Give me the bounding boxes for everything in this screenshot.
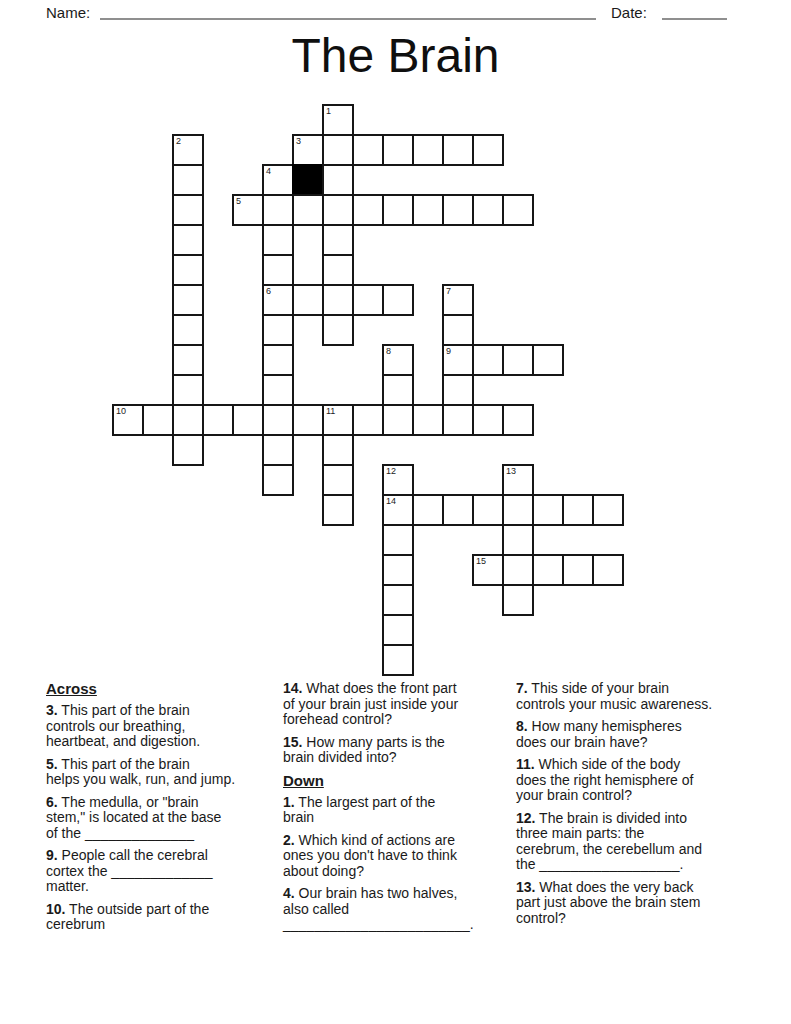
grid-cell[interactable] (442, 374, 474, 406)
cell-number: 3 (296, 136, 301, 147)
grid-cell-9[interactable]: 9 (442, 344, 474, 376)
cell-number: 6 (266, 286, 271, 297)
grid-cell[interactable] (292, 284, 324, 316)
cell-number: 10 (116, 406, 126, 417)
grid-cell[interactable] (472, 494, 504, 526)
grid-cell[interactable] (142, 404, 174, 436)
clue-number: 5. (46, 756, 58, 772)
clue-number: 12. (516, 810, 535, 826)
date-input-line[interactable] (662, 1, 727, 20)
clue-number: 15. (283, 734, 302, 750)
grid-cell[interactable] (532, 344, 564, 376)
clue-number: 4. (283, 885, 295, 901)
grid-cell[interactable] (232, 404, 264, 436)
page-title: The Brain (0, 28, 791, 83)
grid-cell[interactable] (262, 344, 294, 376)
grid-cell[interactable] (262, 374, 294, 406)
grid-cell[interactable] (382, 614, 414, 646)
grid-cell[interactable] (382, 134, 414, 166)
grid-cell-15[interactable]: 15 (472, 554, 504, 586)
grid-cell[interactable] (352, 134, 384, 166)
grid-cell[interactable] (532, 554, 564, 586)
grid-cell-14[interactable]: 14 (382, 494, 414, 526)
clue-across-3: 3. This part of the brain controls our b… (46, 703, 276, 750)
grid-cell[interactable] (442, 194, 474, 226)
grid-cell[interactable] (322, 464, 354, 496)
grid-cell[interactable] (412, 134, 444, 166)
clue-number: 6. (46, 794, 58, 810)
grid-cell[interactable] (502, 404, 534, 436)
clue-column-middle: 14. What does the front part of your bra… (283, 681, 513, 940)
grid-cell[interactable] (322, 224, 354, 256)
grid-cell-13[interactable]: 13 (502, 464, 534, 496)
grid-cell[interactable] (532, 494, 564, 526)
grid-cell[interactable] (322, 494, 354, 526)
grid-cell[interactable] (322, 164, 354, 196)
name-input-line[interactable] (100, 1, 596, 20)
grid-cell[interactable] (502, 344, 534, 376)
grid-cell[interactable] (172, 284, 204, 316)
grid-cell[interactable] (472, 344, 504, 376)
grid-cell[interactable] (292, 194, 324, 226)
grid-cell-5[interactable]: 5 (232, 194, 264, 226)
grid-cell[interactable] (562, 494, 594, 526)
clue-across-5: 5. This part of the brain helps you walk… (46, 757, 276, 788)
grid-cell[interactable] (382, 404, 414, 436)
grid-cell[interactable] (262, 404, 294, 436)
clue-across-14: 14. What does the front part of your bra… (283, 681, 513, 728)
grid-cell[interactable] (172, 374, 204, 406)
clue-number: 3. (46, 702, 58, 718)
black-cell (292, 164, 324, 196)
date-label: Date: (611, 4, 647, 21)
grid-cell[interactable] (472, 194, 504, 226)
grid-cell[interactable] (262, 434, 294, 466)
grid-cell[interactable] (442, 314, 474, 346)
grid-cell[interactable] (172, 434, 204, 466)
grid-cell-10[interactable]: 10 (112, 404, 144, 436)
cell-number: 8 (386, 346, 391, 357)
grid-cell[interactable] (172, 254, 204, 286)
grid-cell-12[interactable]: 12 (382, 464, 414, 496)
clue-down-11: 11. Which side of the body does the righ… (516, 757, 754, 804)
grid-cell[interactable] (562, 554, 594, 586)
grid-cell[interactable] (322, 314, 354, 346)
grid-cell[interactable] (502, 524, 534, 556)
down-header: Down (283, 773, 513, 789)
clue-number: 7. (516, 680, 528, 696)
grid-cell[interactable] (442, 404, 474, 436)
crossword-grid: 123456789101112131415 (113, 105, 625, 677)
grid-cell[interactable] (472, 404, 504, 436)
grid-cell[interactable] (592, 494, 624, 526)
clue-down-8: 8. How many hemispheres does our brain h… (516, 719, 754, 750)
grid-cell[interactable] (262, 314, 294, 346)
clue-down-2: 2. Which kind of actions are ones you do… (283, 833, 513, 880)
grid-cell[interactable] (382, 194, 414, 226)
clue-down-12: 12. The brain is divided into three main… (516, 811, 754, 873)
cell-number: 14 (386, 496, 396, 507)
cell-number: 4 (266, 166, 271, 177)
grid-cell-6[interactable]: 6 (262, 284, 294, 316)
grid-cell[interactable] (172, 224, 204, 256)
clue-column-across: Across3. This part of the brain controls… (46, 681, 276, 940)
clue-number: 14. (283, 680, 302, 696)
grid-cell[interactable] (322, 194, 354, 226)
grid-cell[interactable] (172, 344, 204, 376)
grid-cell-4[interactable]: 4 (262, 164, 294, 196)
grid-cell[interactable] (292, 404, 324, 436)
grid-cell[interactable] (172, 314, 204, 346)
clue-down-13: 13. What does the very back part just ab… (516, 880, 754, 927)
grid-cell[interactable] (262, 464, 294, 496)
grid-cell[interactable] (502, 554, 534, 586)
name-label: Name: (46, 4, 90, 21)
clue-number: 9. (46, 847, 58, 863)
cell-number: 13 (506, 466, 516, 477)
grid-cell[interactable] (412, 494, 444, 526)
clue-down-4: 4. Our brain has two halves, also called… (283, 886, 513, 933)
grid-cell[interactable] (322, 434, 354, 466)
clue-across-9: 9. People call the cerebral cortex the _… (46, 848, 276, 895)
across-header: Across (46, 681, 276, 697)
clue-number: 2. (283, 832, 295, 848)
grid-cell[interactable] (322, 284, 354, 316)
grid-cell[interactable] (472, 134, 504, 166)
grid-cell[interactable] (382, 584, 414, 616)
grid-cell-8[interactable]: 8 (382, 344, 414, 376)
grid-cell[interactable] (382, 524, 414, 556)
grid-cell[interactable] (262, 224, 294, 256)
grid-cell-7[interactable]: 7 (442, 284, 474, 316)
grid-cell[interactable] (172, 404, 204, 436)
cell-number: 1 (326, 106, 331, 117)
clue-number: 11. (516, 756, 535, 772)
clue-across-6: 6. The medulla, or "brain stem," is loca… (46, 795, 276, 842)
clue-across-15: 15. How many parts is the brain divided … (283, 735, 513, 766)
grid-cell[interactable] (442, 134, 474, 166)
grid-cell[interactable] (502, 494, 534, 526)
grid-cell[interactable] (172, 194, 204, 226)
cell-number: 11 (326, 406, 335, 417)
grid-cell-1[interactable]: 1 (322, 104, 354, 136)
clue-down-7: 7. This side of your brain controls your… (516, 681, 754, 712)
cell-number: 5 (236, 196, 241, 207)
grid-cell[interactable] (382, 374, 414, 406)
clue-column-down: 7. This side of your brain controls your… (516, 681, 754, 933)
clue-number: 10. (46, 901, 65, 917)
grid-cell[interactable] (442, 494, 474, 526)
grid-cell[interactable] (502, 194, 534, 226)
grid-cell-2[interactable]: 2 (172, 134, 204, 166)
grid-cell[interactable] (382, 644, 414, 676)
grid-cell[interactable] (352, 194, 384, 226)
grid-cell[interactable] (592, 554, 624, 586)
grid-cell[interactable] (172, 164, 204, 196)
grid-cell[interactable] (382, 284, 414, 316)
clue-number: 1. (283, 794, 295, 810)
grid-cell[interactable] (352, 404, 384, 436)
cell-number: 2 (176, 136, 181, 147)
clue-across-10: 10. The outside part of the cerebrum (46, 902, 276, 933)
grid-cell-11[interactable]: 11 (322, 404, 354, 436)
cell-number: 7 (446, 286, 451, 297)
grid-cell-3[interactable]: 3 (292, 134, 324, 166)
cell-number: 15 (476, 556, 486, 567)
clue-down-1: 1. The largest part of the brain (283, 795, 513, 826)
clue-number: 13. (516, 879, 535, 895)
grid-cell[interactable] (262, 194, 294, 226)
grid-cell[interactable] (412, 404, 444, 436)
grid-cell[interactable] (412, 194, 444, 226)
cell-number: 12 (386, 466, 396, 477)
clue-number: 8. (516, 718, 528, 734)
cell-number: 9 (446, 346, 451, 357)
grid-cell[interactable] (382, 554, 414, 586)
grid-cell[interactable] (502, 584, 534, 616)
grid-cell[interactable] (202, 404, 234, 436)
grid-cell[interactable] (262, 254, 294, 286)
grid-cell[interactable] (322, 254, 354, 286)
grid-cell[interactable] (322, 134, 354, 166)
grid-cell[interactable] (352, 284, 384, 316)
